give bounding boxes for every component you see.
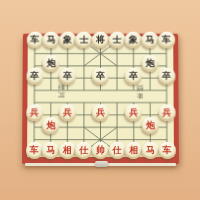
- piece-black-p[interactable]: 卒: [59, 68, 76, 85]
- piece-black-c[interactable]: 炮: [43, 56, 60, 73]
- piece-glyph: 兵: [129, 109, 138, 118]
- piece-glyph: 兵: [96, 109, 105, 118]
- piece-glyph: 象: [129, 35, 138, 44]
- piece-glyph: 炮: [145, 59, 154, 68]
- piece-black-n[interactable]: 马: [141, 31, 158, 48]
- piece-glyph: 卒: [30, 72, 39, 81]
- piece-glyph: 相: [129, 146, 138, 155]
- piece-red-a[interactable]: 仕: [75, 142, 92, 159]
- piece-black-a[interactable]: 士: [109, 31, 126, 48]
- piece-glyph: 炮: [46, 121, 55, 130]
- piece-red-p[interactable]: 兵: [158, 105, 175, 122]
- piece-red-a[interactable]: 仕: [109, 142, 126, 159]
- piece-black-b[interactable]: 象: [59, 31, 76, 48]
- piece-black-n[interactable]: 马: [43, 31, 60, 48]
- piece-glyph: 马: [47, 35, 56, 44]
- piece-glyph: 帅: [96, 146, 105, 155]
- piece-glyph: 炮: [47, 59, 56, 68]
- piece-red-b[interactable]: 相: [125, 142, 142, 159]
- piece-red-r[interactable]: 车: [158, 142, 175, 159]
- piece-layer: 车马象士将士象马车炮炮卒卒卒卒卒兵兵兵兵兵炮炮车马相仕帅仕相马车: [27, 37, 174, 157]
- piece-glyph: 士: [80, 35, 89, 44]
- piece-glyph: 士: [112, 35, 121, 44]
- piece-glyph: 炮: [146, 121, 155, 130]
- piece-black-k[interactable]: 将: [92, 31, 109, 48]
- piece-black-r[interactable]: 车: [26, 31, 43, 48]
- piece-black-p[interactable]: 卒: [125, 68, 142, 85]
- piece-black-c[interactable]: 炮: [141, 56, 158, 73]
- piece-red-p[interactable]: 兵: [92, 105, 109, 122]
- piece-red-n[interactable]: 马: [142, 142, 159, 159]
- piece-glyph: 相: [63, 146, 72, 155]
- piece-glyph: 卒: [162, 72, 171, 81]
- piece-glyph: 象: [63, 35, 72, 44]
- piece-black-r[interactable]: 车: [158, 31, 175, 48]
- piece-glyph: 卒: [129, 72, 138, 81]
- piece-red-k[interactable]: 帅: [92, 142, 109, 159]
- piece-glyph: 马: [145, 35, 154, 44]
- piece-glyph: 车: [30, 146, 39, 155]
- piece-glyph: 卒: [96, 72, 105, 81]
- xiangqi-board[interactable]: 楚河 漢界 车马象士将士象马车炮炮卒卒卒卒卒兵兵兵兵兵炮炮车马相仕帅仕相马车: [27, 37, 174, 157]
- piece-red-p[interactable]: 兵: [26, 105, 43, 122]
- piece-black-p[interactable]: 卒: [92, 68, 109, 85]
- piece-glyph: 兵: [162, 109, 171, 118]
- piece-glyph: 马: [146, 146, 155, 155]
- piece-glyph: 卒: [63, 72, 72, 81]
- piece-red-c[interactable]: 炮: [142, 117, 159, 134]
- piece-red-n[interactable]: 马: [42, 142, 59, 159]
- piece-glyph: 兵: [63, 109, 72, 118]
- piece-black-p[interactable]: 卒: [158, 68, 175, 85]
- piece-red-c[interactable]: 炮: [42, 117, 59, 134]
- piece-glyph: 将: [96, 35, 105, 44]
- piece-glyph: 兵: [30, 109, 39, 118]
- piece-red-b[interactable]: 相: [59, 142, 76, 159]
- xiangqi-board-frame: 楚河 漢界 车马象士将士象马车炮炮卒卒卒卒卒兵兵兵兵兵炮炮车马相仕帅仕相马车: [22, 34, 179, 164]
- piece-glyph: 马: [46, 146, 55, 155]
- piece-glyph: 仕: [113, 146, 122, 155]
- photo-background: 楚河 漢界 车马象士将士象马车炮炮卒卒卒卒卒兵兵兵兵兵炮炮车马相仕帅仕相马车: [0, 0, 200, 200]
- piece-black-a[interactable]: 士: [76, 31, 93, 48]
- piece-glyph: 车: [162, 146, 171, 155]
- piece-black-b[interactable]: 象: [125, 31, 142, 48]
- piece-red-p[interactable]: 兵: [59, 105, 76, 122]
- piece-glyph: 车: [162, 35, 171, 44]
- piece-red-p[interactable]: 兵: [125, 105, 142, 122]
- piece-red-r[interactable]: 车: [26, 142, 43, 159]
- piece-glyph: 仕: [79, 146, 88, 155]
- piece-black-p[interactable]: 卒: [26, 68, 43, 85]
- board-clasp: [95, 161, 108, 167]
- piece-glyph: 车: [30, 35, 39, 44]
